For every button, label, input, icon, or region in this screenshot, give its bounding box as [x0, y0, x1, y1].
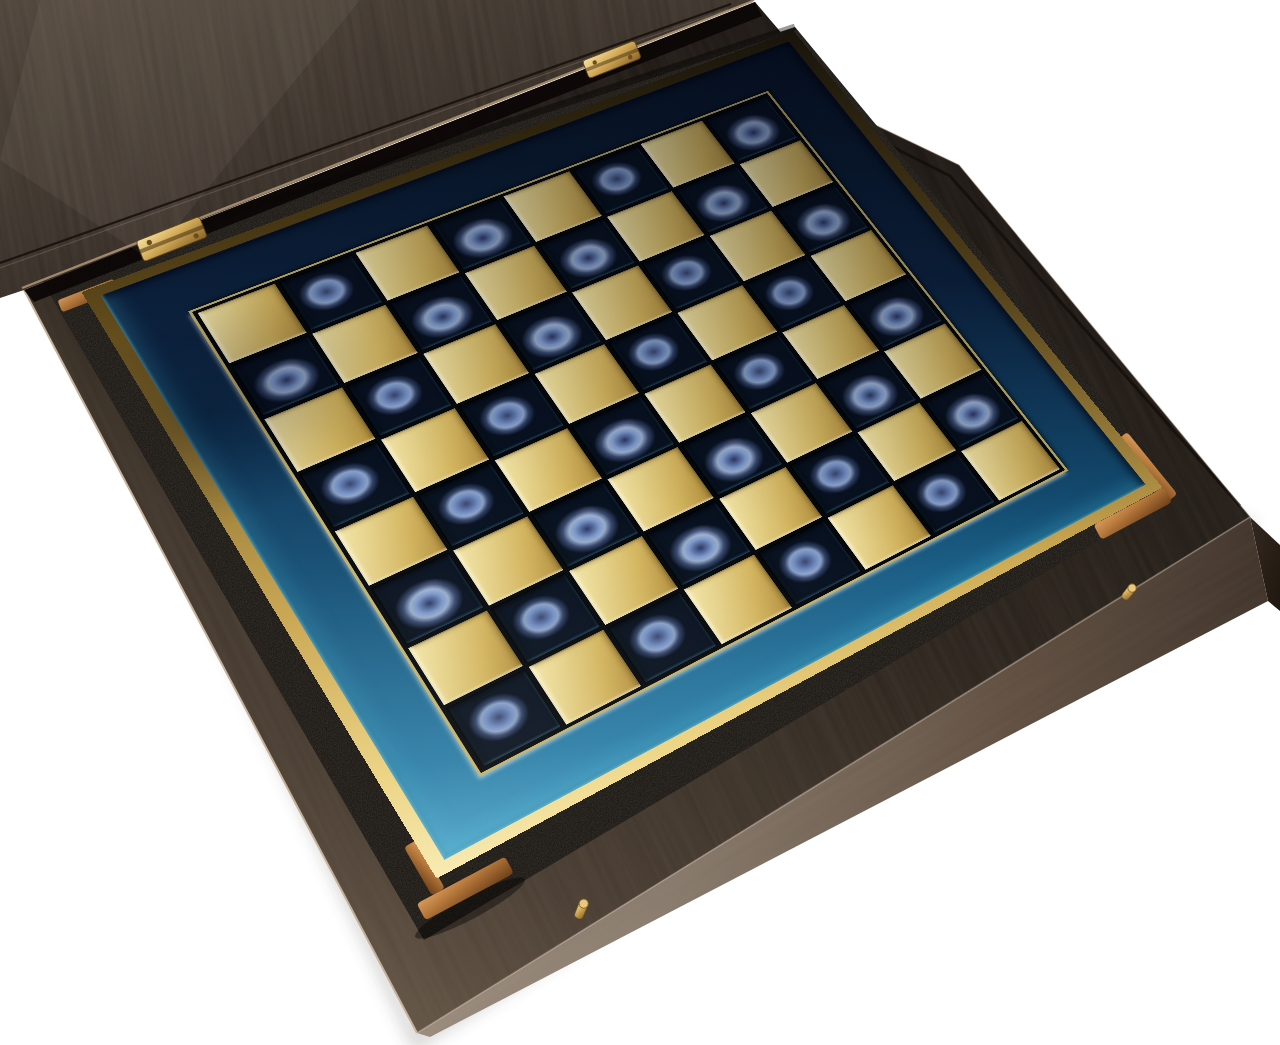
product-photo-chess-case: Open wooden chess case with brass and bl… — [0, 0, 1280, 1045]
